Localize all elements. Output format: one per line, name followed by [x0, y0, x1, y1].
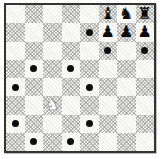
square-a7[interactable]: [6, 23, 25, 41]
square-e3[interactable]: [80, 96, 99, 114]
square-b7[interactable]: [25, 23, 44, 41]
square-h7[interactable]: ♟: [136, 23, 155, 41]
square-c4[interactable]: [43, 78, 62, 96]
square-g1[interactable]: [117, 133, 136, 151]
square-a2[interactable]: [6, 115, 25, 133]
white-knight: ♞♘: [43, 96, 62, 114]
square-f6[interactable]: [99, 42, 118, 60]
chess-diagram-frame: ♝♞♜♟♟♟♞♘: [4, 3, 156, 153]
square-c2[interactable]: [43, 115, 62, 133]
move-marker-dot: [67, 138, 74, 145]
move-marker-dot: [141, 47, 148, 54]
move-marker-dot: [86, 120, 93, 127]
square-f8[interactable]: ♝: [99, 5, 118, 23]
square-g6[interactable]: [117, 42, 136, 60]
square-h4[interactable]: [136, 78, 155, 96]
move-marker-dot: [30, 138, 37, 145]
square-g7[interactable]: ♟: [117, 23, 136, 41]
square-d4[interactable]: [62, 78, 81, 96]
square-f7[interactable]: ♟: [99, 23, 118, 41]
move-marker-dot: [30, 65, 37, 72]
square-b1[interactable]: [25, 133, 44, 151]
black-bishop: ♝: [99, 5, 118, 23]
square-a8[interactable]: [6, 5, 25, 23]
square-e6[interactable]: [80, 42, 99, 60]
square-d5[interactable]: [62, 60, 81, 78]
square-c3[interactable]: ♞♘: [43, 96, 62, 114]
chess-board: ♝♞♜♟♟♟♞♘: [6, 5, 154, 151]
move-marker-dot: [86, 84, 93, 91]
square-h8[interactable]: ♜: [136, 5, 155, 23]
square-f3[interactable]: [99, 96, 118, 114]
square-e7[interactable]: [80, 23, 99, 41]
square-h6[interactable]: [136, 42, 155, 60]
square-d1[interactable]: [62, 133, 81, 151]
square-a3[interactable]: [6, 96, 25, 114]
square-e4[interactable]: [80, 78, 99, 96]
square-h5[interactable]: [136, 60, 155, 78]
square-h1[interactable]: [136, 133, 155, 151]
black-pawn: ♟: [136, 23, 155, 41]
move-marker-dot: [67, 65, 74, 72]
square-f1[interactable]: [99, 133, 118, 151]
square-g4[interactable]: [117, 78, 136, 96]
square-b3[interactable]: [25, 96, 44, 114]
square-f5[interactable]: [99, 60, 118, 78]
square-b6[interactable]: [25, 42, 44, 60]
move-marker-dot: [86, 29, 93, 36]
square-h3[interactable]: [136, 96, 155, 114]
square-c1[interactable]: [43, 133, 62, 151]
square-b8[interactable]: [25, 5, 44, 23]
square-a6[interactable]: [6, 42, 25, 60]
square-c7[interactable]: [43, 23, 62, 41]
square-d3[interactable]: [62, 96, 81, 114]
square-a1[interactable]: [6, 133, 25, 151]
square-c6[interactable]: [43, 42, 62, 60]
square-g8[interactable]: ♞: [117, 5, 136, 23]
move-marker-dot: [104, 47, 111, 54]
square-g5[interactable]: [117, 60, 136, 78]
square-a4[interactable]: [6, 78, 25, 96]
square-b4[interactable]: [25, 78, 44, 96]
square-f4[interactable]: [99, 78, 118, 96]
white-knight-outline: ♘: [43, 96, 62, 114]
square-d2[interactable]: [62, 115, 81, 133]
square-e5[interactable]: [80, 60, 99, 78]
square-d6[interactable]: [62, 42, 81, 60]
square-h2[interactable]: [136, 115, 155, 133]
black-knight: ♞: [117, 5, 136, 23]
square-a5[interactable]: [6, 60, 25, 78]
black-pawn: ♟: [99, 23, 118, 41]
square-f2[interactable]: [99, 115, 118, 133]
square-g2[interactable]: [117, 115, 136, 133]
square-e8[interactable]: [80, 5, 99, 23]
square-b5[interactable]: [25, 60, 44, 78]
square-d7[interactable]: [62, 23, 81, 41]
black-rook: ♜: [136, 5, 155, 23]
black-pawn: ♟: [117, 23, 136, 41]
square-c5[interactable]: [43, 60, 62, 78]
square-g3[interactable]: [117, 96, 136, 114]
square-c8[interactable]: [43, 5, 62, 23]
move-marker-dot: [12, 120, 19, 127]
square-d8[interactable]: [62, 5, 81, 23]
square-e1[interactable]: [80, 133, 99, 151]
square-e2[interactable]: [80, 115, 99, 133]
move-marker-dot: [12, 84, 19, 91]
square-b2[interactable]: [25, 115, 44, 133]
